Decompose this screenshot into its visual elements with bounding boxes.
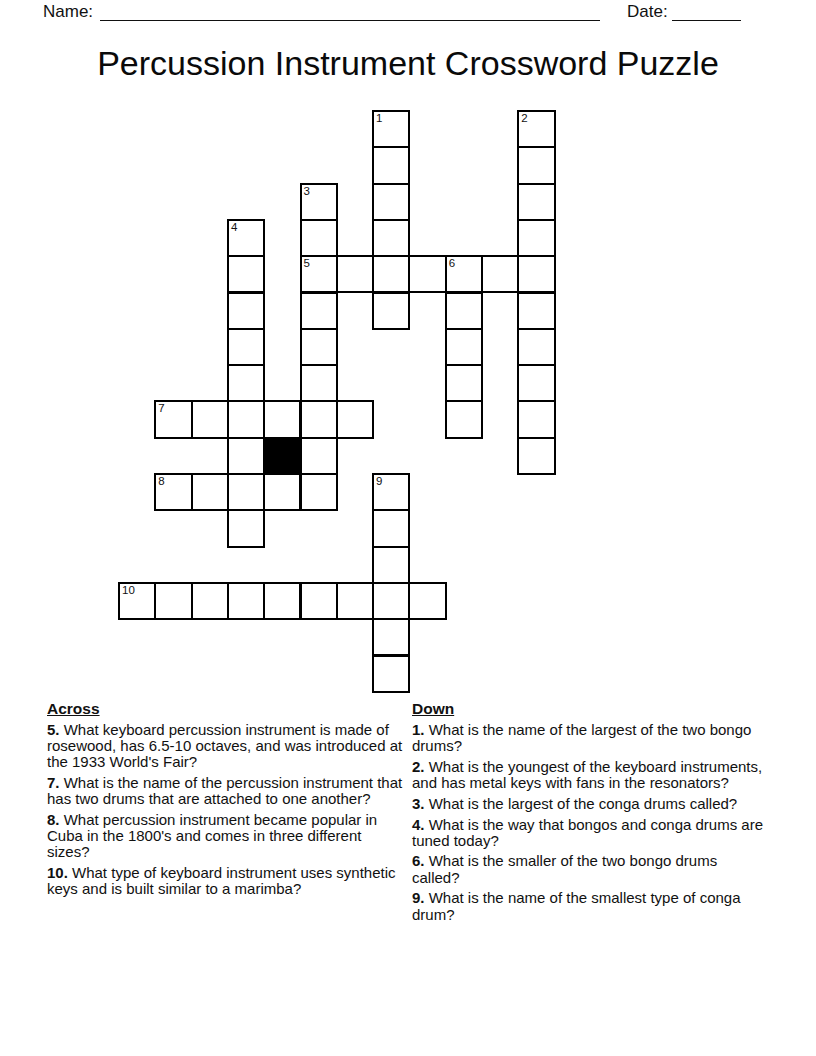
cell-number-6: 6 bbox=[449, 257, 455, 270]
date-label: Date: bbox=[627, 2, 668, 22]
down-heading: Down bbox=[412, 700, 764, 717]
grid-cell[interactable] bbox=[372, 509, 410, 547]
grid-cell[interactable] bbox=[372, 292, 410, 330]
across-clue-10: 10. What type of keyboard instrument use… bbox=[47, 865, 408, 897]
crossword-grid: 12345678910 bbox=[118, 110, 556, 693]
grid-cell[interactable] bbox=[227, 292, 265, 330]
clue-number: 6. bbox=[412, 852, 425, 869]
date-blank-line[interactable] bbox=[672, 20, 741, 21]
clue-text: What keyboard percussion instrument is m… bbox=[47, 721, 402, 770]
name-blank-line[interactable] bbox=[100, 20, 600, 21]
grid-cell[interactable] bbox=[445, 292, 483, 330]
across-clue-5: 5. What keyboard percussion instrument i… bbox=[47, 722, 408, 771]
grid-cell[interactable] bbox=[227, 582, 265, 620]
grid-cell[interactable] bbox=[372, 655, 410, 693]
grid-cell[interactable] bbox=[517, 292, 555, 330]
clue-text: What is the youngest of the keyboard ins… bbox=[412, 758, 762, 791]
cell-number-1: 1 bbox=[376, 112, 382, 125]
grid-cell[interactable] bbox=[191, 582, 229, 620]
grid-cell[interactable]: 9 bbox=[372, 473, 410, 511]
clue-text: What is the name of the percussion instr… bbox=[47, 774, 402, 807]
worksheet-page: Name: Date: Percussion Instrument Crossw… bbox=[0, 0, 816, 1056]
clue-number: 5. bbox=[47, 721, 60, 738]
down-clue-list: 1. What is the name of the largest of th… bbox=[412, 722, 764, 923]
cell-number-10: 10 bbox=[122, 584, 135, 597]
grid-cell[interactable] bbox=[263, 473, 301, 511]
grid-cell[interactable] bbox=[263, 582, 301, 620]
grid-cell[interactable]: 2 bbox=[517, 110, 555, 148]
grid-cell[interactable] bbox=[517, 437, 555, 475]
grid-cell[interactable] bbox=[445, 400, 483, 438]
down-clues-section: Down 1. What is the name of the largest … bbox=[412, 700, 764, 927]
grid-cell[interactable]: 7 bbox=[154, 400, 192, 438]
down-clue-2: 2. What is the youngest of the keyboard … bbox=[412, 759, 764, 791]
grid-cell[interactable] bbox=[372, 255, 410, 293]
grid-cell[interactable] bbox=[408, 255, 446, 293]
grid-cell[interactable] bbox=[445, 328, 483, 366]
across-clue-list: 5. What keyboard percussion instrument i… bbox=[47, 722, 408, 898]
grid-cell[interactable] bbox=[372, 146, 410, 184]
grid-cell[interactable] bbox=[445, 364, 483, 402]
grid-cell[interactable]: 1 bbox=[372, 110, 410, 148]
grid-cell[interactable] bbox=[517, 400, 555, 438]
across-clue-8: 8. What percussion instrument became pop… bbox=[47, 812, 408, 861]
grid-cell[interactable] bbox=[336, 582, 374, 620]
grid-cell[interactable] bbox=[372, 183, 410, 221]
grid-cell[interactable] bbox=[300, 400, 338, 438]
grid-cell[interactable] bbox=[227, 328, 265, 366]
black-cell bbox=[263, 437, 301, 475]
grid-cell[interactable] bbox=[227, 364, 265, 402]
grid-cell[interactable]: 10 bbox=[118, 582, 156, 620]
cell-number-8: 8 bbox=[158, 475, 164, 488]
grid-cell[interactable] bbox=[481, 255, 519, 293]
cell-number-7: 7 bbox=[158, 402, 164, 415]
grid-cell[interactable]: 4 bbox=[227, 219, 265, 257]
grid-cell[interactable] bbox=[336, 255, 374, 293]
clue-number: 3. bbox=[412, 795, 425, 812]
grid-cell[interactable] bbox=[227, 255, 265, 293]
clue-text: What is the smaller of the two bongo dru… bbox=[412, 852, 717, 885]
page-title: Percussion Instrument Crossword Puzzle bbox=[0, 44, 816, 82]
cell-number-2: 2 bbox=[521, 112, 527, 125]
grid-cell[interactable] bbox=[372, 582, 410, 620]
grid-cell[interactable] bbox=[300, 437, 338, 475]
cell-number-3: 3 bbox=[304, 185, 310, 198]
clue-text: What percussion instrument became popula… bbox=[47, 811, 377, 860]
clue-number: 4. bbox=[412, 816, 425, 833]
grid-cell[interactable] bbox=[227, 473, 265, 511]
grid-cell[interactable] bbox=[300, 473, 338, 511]
grid-cell[interactable] bbox=[517, 364, 555, 402]
grid-cell[interactable] bbox=[517, 146, 555, 184]
grid-cell[interactable] bbox=[300, 364, 338, 402]
clue-number: 10. bbox=[47, 864, 68, 881]
grid-cell[interactable] bbox=[408, 582, 446, 620]
grid-cell[interactable] bbox=[300, 328, 338, 366]
clue-number: 7. bbox=[47, 774, 60, 791]
grid-cell[interactable] bbox=[372, 618, 410, 656]
name-label: Name: bbox=[43, 2, 93, 22]
cell-number-9: 9 bbox=[376, 475, 382, 488]
grid-cell[interactable] bbox=[154, 582, 192, 620]
down-clue-4: 4. What is the way that bongos and conga… bbox=[412, 817, 764, 849]
cell-number-5: 5 bbox=[304, 257, 310, 270]
clue-number: 8. bbox=[47, 811, 60, 828]
clue-text: What is the largest of the conga drums c… bbox=[429, 795, 738, 812]
grid-cell[interactable]: 3 bbox=[300, 183, 338, 221]
grid-cell[interactable] bbox=[191, 400, 229, 438]
grid-cell[interactable] bbox=[300, 582, 338, 620]
across-clues-section: Across 5. What keyboard percussion instr… bbox=[47, 700, 408, 902]
clue-number: 9. bbox=[412, 889, 425, 906]
cell-number-4: 4 bbox=[231, 221, 237, 234]
grid-cell[interactable] bbox=[372, 219, 410, 257]
grid-cell[interactable] bbox=[227, 509, 265, 547]
grid-cell[interactable] bbox=[227, 400, 265, 438]
down-clue-9: 9. What is the name of the smallest type… bbox=[412, 890, 764, 922]
grid-cell[interactable] bbox=[517, 328, 555, 366]
down-clue-1: 1. What is the name of the largest of th… bbox=[412, 722, 764, 754]
grid-cell[interactable] bbox=[300, 219, 338, 257]
clue-text: What is the way that bongos and conga dr… bbox=[412, 816, 763, 849]
grid-cell[interactable] bbox=[517, 219, 555, 257]
grid-cell[interactable]: 5 bbox=[300, 255, 338, 293]
clue-text: What type of keyboard instrument uses sy… bbox=[47, 864, 396, 897]
grid-cell[interactable] bbox=[517, 183, 555, 221]
down-clue-3: 3. What is the largest of the conga drum… bbox=[412, 796, 764, 812]
grid-cell[interactable]: 6 bbox=[445, 255, 483, 293]
clue-text: What is the name of the largest of the t… bbox=[412, 721, 751, 754]
clue-number: 2. bbox=[412, 758, 425, 775]
grid-cell[interactable] bbox=[336, 400, 374, 438]
across-heading: Across bbox=[47, 700, 408, 717]
grid-cell[interactable] bbox=[227, 437, 265, 475]
down-clue-6: 6. What is the smaller of the two bongo … bbox=[412, 853, 764, 885]
grid-cell[interactable] bbox=[191, 473, 229, 511]
grid-cell[interactable] bbox=[263, 400, 301, 438]
grid-cell[interactable] bbox=[372, 546, 410, 584]
clue-number: 1. bbox=[412, 721, 425, 738]
across-clue-7: 7. What is the name of the percussion in… bbox=[47, 775, 408, 807]
clue-text: What is the name of the smallest type of… bbox=[412, 889, 741, 922]
grid-cell[interactable]: 8 bbox=[154, 473, 192, 511]
grid-cell[interactable] bbox=[300, 292, 338, 330]
grid-cell[interactable] bbox=[517, 255, 555, 293]
